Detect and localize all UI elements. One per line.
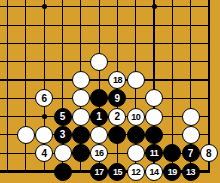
grid-line-vertical bbox=[25, 0, 26, 173]
stone-white-18: 18 bbox=[108, 71, 126, 89]
stone-black-9: 9 bbox=[108, 89, 126, 107]
grid-line-horizontal bbox=[0, 25, 210, 26]
stone-white bbox=[182, 108, 200, 126]
stone-white bbox=[145, 89, 163, 107]
star-point bbox=[42, 114, 47, 119]
stone-black-19: 19 bbox=[163, 163, 181, 181]
go-board: 18695121034161178171512141913 bbox=[0, 0, 220, 183]
stone-white bbox=[127, 71, 145, 89]
stone-white bbox=[72, 108, 90, 126]
stone-black-1: 1 bbox=[90, 108, 108, 126]
grid-line-horizontal bbox=[0, 6, 210, 7]
stone-white-2: 2 bbox=[108, 108, 126, 126]
star-point bbox=[152, 4, 157, 9]
stone-white-16: 16 bbox=[90, 144, 108, 162]
stone-white-14: 14 bbox=[145, 163, 163, 181]
stone-black bbox=[72, 126, 90, 144]
stone-black-11: 11 bbox=[145, 144, 163, 162]
stone-white bbox=[72, 89, 90, 107]
stone-white bbox=[17, 126, 35, 144]
stone-black bbox=[108, 126, 126, 144]
stone-white bbox=[90, 53, 108, 71]
stone-black-7: 7 bbox=[182, 144, 200, 162]
stone-black bbox=[90, 89, 108, 107]
stone-black bbox=[72, 144, 90, 162]
stone-black bbox=[54, 163, 72, 181]
stone-white bbox=[145, 108, 163, 126]
stone-white bbox=[90, 126, 108, 144]
stone-white bbox=[72, 71, 90, 89]
stone-black-13: 13 bbox=[182, 163, 200, 181]
stone-black-15: 15 bbox=[108, 163, 126, 181]
star-point bbox=[42, 4, 47, 9]
stone-white-12: 12 bbox=[127, 163, 145, 181]
stone-black-5: 5 bbox=[54, 108, 72, 126]
grid-line-horizontal bbox=[0, 43, 210, 44]
stone-white bbox=[127, 144, 145, 162]
stone-white-6: 6 bbox=[35, 89, 53, 107]
stone-white-8: 8 bbox=[200, 144, 218, 162]
stone-white-4: 4 bbox=[35, 144, 53, 162]
stone-white bbox=[35, 126, 53, 144]
stone-black bbox=[145, 126, 163, 144]
stone-white bbox=[54, 144, 72, 162]
grid-line-vertical bbox=[7, 0, 8, 173]
stone-white-10: 10 bbox=[127, 108, 145, 126]
stone-black-17: 17 bbox=[90, 163, 108, 181]
stone-black bbox=[163, 144, 181, 162]
grid-line-horizontal bbox=[0, 79, 210, 80]
stone-white bbox=[182, 126, 200, 144]
stone-black-3: 3 bbox=[54, 126, 72, 144]
stone-black bbox=[127, 126, 145, 144]
